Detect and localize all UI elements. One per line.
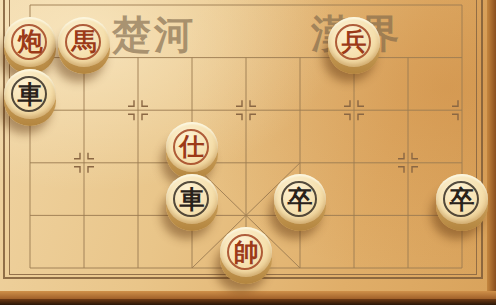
piece-glyph: 卒 [436,175,488,223]
xiangqi-board: 楚河 漢界 炮馬兵車仕車卒卒帥 [0,0,496,305]
piece-glyph: 仕 [166,123,218,171]
piece-black-chariot-b[interactable]: 車 [165,174,219,234]
piece-black-soldier-a[interactable]: 卒 [273,174,327,234]
piece-glyph: 車 [166,175,218,223]
river-label-left: 楚河 [112,8,196,62]
piece-red-soldier[interactable]: 兵 [327,17,381,77]
piece-glyph: 馬 [58,18,110,66]
piece-glyph: 炮 [4,18,56,66]
piece-black-chariot-a[interactable]: 車 [3,69,57,129]
piece-glyph: 兵 [328,18,380,66]
piece-black-soldier-b[interactable]: 卒 [435,174,489,234]
piece-red-advisor[interactable]: 仕 [165,122,219,182]
piece-red-cannon[interactable]: 炮 [3,17,57,77]
piece-glyph: 卒 [274,175,326,223]
piece-red-horse[interactable]: 馬 [57,17,111,77]
piece-glyph: 帥 [220,228,272,276]
piece-glyph: 車 [4,70,56,118]
piece-red-general[interactable]: 帥 [219,227,273,287]
